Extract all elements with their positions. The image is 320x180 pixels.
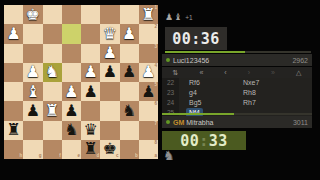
last-move-icon: »	[271, 69, 275, 76]
rank-label: 2	[154, 25, 157, 30]
top-player-clock: 00:36	[165, 27, 227, 50]
square-a5[interactable]: ♟5	[139, 82, 158, 101]
square-f3[interactable]	[43, 44, 62, 63]
piece-white-pawn[interactable]: ♟	[64, 84, 78, 100]
rank-label: 1	[154, 6, 157, 11]
square-d3[interactable]	[81, 44, 100, 63]
top-time-bar	[165, 51, 311, 53]
square-e5[interactable]: ♟	[62, 82, 81, 101]
square-a1[interactable]: ♜1	[139, 5, 158, 24]
square-a8[interactable]: 8a	[139, 140, 158, 159]
square-g5[interactable]: ♝	[23, 82, 42, 101]
square-h5[interactable]	[4, 82, 23, 101]
square-f8[interactable]: f	[43, 140, 62, 159]
square-h7[interactable]: ♜	[4, 121, 23, 140]
top-player-rating: 2962	[292, 57, 308, 64]
piece-white-pawn[interactable]: ♟	[122, 26, 136, 42]
move-nav-toolbar: ⇅«‹›»△	[162, 67, 312, 78]
square-b7[interactable]	[120, 121, 139, 140]
move-24-black[interactable]: Rh7	[233, 99, 287, 106]
piece-black-knight[interactable]: ♞	[64, 122, 78, 138]
rank-label: 6	[154, 102, 157, 107]
online-dot	[166, 120, 170, 124]
rank-label: 8	[154, 141, 157, 146]
top-player-bar[interactable]: Luci123456 2962	[162, 54, 312, 66]
square-c7[interactable]	[100, 121, 119, 140]
square-b1[interactable]	[120, 5, 139, 24]
next-move-icon: ›	[248, 69, 250, 76]
square-g4[interactable]: ♟	[23, 63, 42, 82]
bottom-time-bar-fill	[162, 113, 234, 115]
square-h4[interactable]	[4, 63, 23, 82]
square-g6[interactable]: ♟	[23, 101, 42, 120]
captured-bishop-icon: ♝	[174, 13, 182, 22]
square-g2[interactable]	[23, 24, 42, 43]
file-label: b	[135, 154, 138, 159]
piece-white-pawn[interactable]: ♟	[103, 45, 117, 61]
square-g1[interactable]: ♚	[23, 5, 42, 24]
piece-white-pawn[interactable]: ♟	[26, 64, 40, 80]
move-23-black[interactable]: Rh8	[233, 89, 287, 96]
file-label: d	[97, 154, 100, 159]
square-f1[interactable]	[43, 5, 62, 24]
square-e7[interactable]: ♞	[62, 121, 81, 140]
lichess-tv-app: ♚♜1♟♛♟2♟3♟♞♟♟♟♟4♝♟♟♟5♟♜♟♞6♜♞♛7hgfe♜d♚cb8…	[0, 0, 320, 180]
piece-white-king[interactable]: ♚	[26, 7, 40, 23]
rank-label: 4	[154, 64, 157, 69]
bottom-clock-seconds: 33	[209, 132, 228, 150]
piece-black-rook[interactable]: ♜	[6, 122, 20, 138]
square-b4[interactable]: ♟	[120, 63, 139, 82]
file-label: h	[20, 154, 23, 159]
square-f6[interactable]: ♜	[43, 101, 62, 120]
square-d1[interactable]	[81, 5, 100, 24]
square-c1[interactable]	[100, 5, 119, 24]
move-24-white[interactable]: Bg5	[179, 99, 233, 106]
rank-label: 7	[154, 122, 157, 127]
piece-white-bishop[interactable]: ♝	[26, 84, 40, 100]
move-number: 22	[162, 78, 179, 88]
square-c6[interactable]	[100, 101, 119, 120]
file-label: e	[77, 154, 80, 159]
move-row: 22Rf6Nxe7	[162, 78, 312, 88]
square-a6[interactable]: 6	[139, 101, 158, 120]
square-a7[interactable]: 7	[139, 121, 158, 140]
bottom-time-bar	[162, 113, 312, 115]
square-c3[interactable]: ♟	[100, 44, 119, 63]
rank-label: 3	[154, 45, 157, 50]
flip-board-icon[interactable]: ⇅	[173, 69, 179, 76]
knight-cursor-icon: ♞	[163, 149, 175, 162]
square-h3[interactable]	[4, 44, 23, 63]
square-b6[interactable]: ♞	[120, 101, 139, 120]
piece-black-pawn[interactable]: ♟	[122, 64, 136, 80]
move-22-white[interactable]: Rf6	[179, 79, 233, 86]
move-san[interactable]: Bg5	[186, 98, 204, 107]
square-d7[interactable]: ♛	[81, 121, 100, 140]
bottom-player-bar[interactable]: GM Mitrabha 3011	[162, 116, 312, 128]
file-label: g	[39, 154, 42, 159]
piece-white-rook[interactable]: ♜	[141, 7, 155, 23]
move-san[interactable]: Rf6	[186, 78, 203, 87]
move-san[interactable]: g4	[186, 88, 200, 97]
bottom-player-rating: 3011	[293, 119, 308, 126]
square-b2[interactable]: ♟	[120, 24, 139, 43]
move-san[interactable]: Rh7	[240, 98, 259, 107]
square-h1[interactable]	[4, 5, 23, 24]
player-title-badge: GM	[173, 119, 184, 126]
prev-move-icon[interactable]: ‹	[224, 69, 226, 76]
first-move-icon[interactable]: «	[199, 69, 203, 76]
piece-black-knight[interactable]: ♞	[122, 103, 136, 119]
square-b8[interactable]: b	[120, 140, 139, 159]
square-f4[interactable]: ♞	[43, 63, 62, 82]
file-label: f	[59, 154, 61, 159]
square-g7[interactable]	[23, 121, 42, 140]
move-san[interactable]: Nxe7	[240, 78, 262, 87]
square-e4[interactable]	[62, 63, 81, 82]
move-list[interactable]: 22Rf6Nxe723g4Rh824Bg5Rh725Nf4	[162, 78, 312, 117]
file-label: c	[116, 154, 119, 159]
bottom-clock-minutes: 00	[180, 132, 199, 150]
square-d6[interactable]	[81, 101, 100, 120]
captured-pieces: ♟♝ +1	[165, 12, 193, 23]
online-dot	[166, 58, 170, 62]
piece-black-pawn[interactable]: ♟	[141, 84, 155, 100]
piece-black-pawn[interactable]: ♟	[26, 103, 40, 119]
square-f2[interactable]	[43, 24, 62, 43]
square-b3[interactable]	[120, 44, 139, 63]
move-22-black[interactable]: Nxe7	[233, 79, 287, 86]
square-e6[interactable]: ♟	[62, 101, 81, 120]
move-row: 24Bg5Rh7	[162, 98, 312, 108]
piece-white-queen[interactable]: ♛	[103, 26, 117, 42]
square-f5[interactable]	[43, 82, 62, 101]
move-number: 24	[162, 98, 179, 108]
square-g8[interactable]: g	[23, 140, 42, 159]
square-h2[interactable]: ♟	[4, 24, 23, 43]
top-time-bar-fill	[165, 51, 245, 53]
bottom-clock-colon: :	[199, 132, 209, 150]
piece-white-knight[interactable]: ♞	[45, 64, 59, 80]
piece-white-pawn[interactable]: ♟	[83, 64, 97, 80]
top-player-name[interactable]: Luci123456	[173, 57, 209, 64]
square-e1[interactable]	[62, 5, 81, 24]
material-advantage: +1	[185, 14, 192, 21]
piece-black-pawn[interactable]: ♟	[83, 84, 97, 100]
square-c8[interactable]: ♚c	[100, 140, 119, 159]
file-label: a	[154, 154, 157, 159]
square-d2[interactable]	[81, 24, 100, 43]
piece-black-pawn[interactable]: ♟	[103, 64, 117, 80]
square-d8[interactable]: ♜d	[81, 140, 100, 159]
square-e8[interactable]: e	[62, 140, 81, 159]
square-d4[interactable]: ♟	[81, 63, 100, 82]
square-a4[interactable]: ♟4	[139, 63, 158, 82]
square-e2[interactable]	[62, 24, 81, 43]
square-a2[interactable]: 2	[139, 24, 158, 43]
piece-white-pawn[interactable]: ♟	[141, 64, 155, 80]
chess-board[interactable]: ♚♜1♟♛♟2♟3♟♞♟♟♟♟4♝♟♟♟5♟♜♟♞6♜♞♛7hgfe♜d♚cb8…	[4, 5, 158, 159]
square-c5[interactable]	[100, 82, 119, 101]
square-c2[interactable]: ♛	[100, 24, 119, 43]
rank-label: 5	[154, 83, 157, 88]
square-e3[interactable]	[62, 44, 81, 63]
piece-black-pawn[interactable]: ♟	[64, 103, 78, 119]
top-clock-time: 00:36	[172, 30, 220, 48]
captured-pawn-icon: ♟	[165, 13, 173, 22]
square-h6[interactable]	[4, 101, 23, 120]
square-h8[interactable]: h	[4, 140, 23, 159]
move-san[interactable]: Rh8	[240, 88, 259, 97]
square-f7[interactable]	[43, 121, 62, 140]
piece-white-rook[interactable]: ♜	[45, 103, 59, 119]
square-d5[interactable]: ♟	[81, 82, 100, 101]
bottom-player-name[interactable]: Mitrabha	[186, 119, 213, 126]
square-c4[interactable]: ♟	[100, 63, 119, 82]
square-a3[interactable]: 3	[139, 44, 158, 63]
piece-black-king[interactable]: ♚	[103, 141, 117, 157]
square-b5[interactable]	[120, 82, 139, 101]
piece-white-pawn[interactable]: ♟	[6, 26, 20, 42]
analysis-icon[interactable]: △	[296, 69, 301, 76]
square-g3[interactable]	[23, 44, 42, 63]
move-number: 23	[162, 88, 179, 98]
move-23-white[interactable]: g4	[179, 89, 233, 96]
move-row: 23g4Rh8	[162, 88, 312, 98]
piece-black-queen[interactable]: ♛	[83, 122, 97, 138]
